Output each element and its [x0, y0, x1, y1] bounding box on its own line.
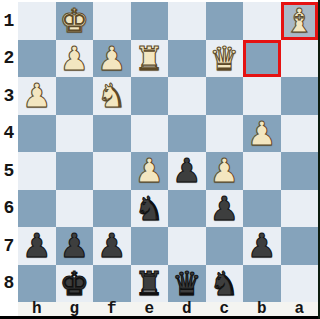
rank-label-4: 4	[0, 115, 18, 153]
rank-label-1: 1	[0, 2, 18, 40]
square-d3[interactable]	[168, 77, 206, 115]
square-a3[interactable]	[281, 77, 319, 115]
square-b1[interactable]	[243, 2, 281, 40]
white-knight-icon: ♞	[97, 77, 127, 114]
square-b8[interactable]	[243, 265, 281, 303]
file-label-b: b	[243, 302, 281, 316]
file-label-c: c	[206, 302, 244, 316]
black-pawn-icon: ♟	[172, 152, 202, 189]
square-f5[interactable]	[93, 152, 131, 190]
rank-label-8: 8	[0, 265, 18, 303]
square-h2[interactable]	[18, 40, 56, 78]
white-pawn-icon: ♟	[209, 152, 239, 189]
square-a4[interactable]	[281, 115, 319, 153]
square-d8[interactable]: ♛	[168, 265, 206, 303]
square-e3[interactable]	[131, 77, 169, 115]
rank-label-7: 7	[0, 227, 18, 265]
white-pawn-icon: ♟	[97, 40, 127, 77]
square-e5[interactable]: ♟	[131, 152, 169, 190]
black-queen-icon: ♛	[172, 265, 202, 302]
white-pawn-icon: ♟	[59, 40, 89, 77]
square-c7[interactable]	[206, 227, 244, 265]
square-g7[interactable]: ♟	[56, 227, 94, 265]
black-knight-icon: ♞	[134, 190, 164, 227]
black-king-icon: ♚	[59, 265, 89, 302]
square-a6[interactable]	[281, 190, 319, 228]
square-h4[interactable]	[18, 115, 56, 153]
white-pawn-icon: ♟	[247, 115, 277, 152]
square-e4[interactable]	[131, 115, 169, 153]
square-b5[interactable]	[243, 152, 281, 190]
file-labels-row: hgfedcba	[18, 302, 318, 316]
white-pawn-icon: ♟	[22, 77, 52, 114]
rank-label-3: 3	[0, 77, 18, 115]
file-label-h: h	[18, 302, 56, 316]
rank-labels-column: 12345678	[0, 2, 18, 302]
rank-label-5: 5	[0, 152, 18, 190]
chess-diagram: 12345678 ♚♝♟♟♜♛♟♞♟♟♟♟♞♟♟♟♟♟♚♜♛♞ hgfedcba	[0, 0, 320, 319]
square-c2[interactable]: ♛	[206, 40, 244, 78]
black-pawn-icon: ♟	[22, 227, 52, 264]
square-c3[interactable]	[206, 77, 244, 115]
white-pawn-icon: ♟	[134, 152, 164, 189]
square-d5[interactable]: ♟	[168, 152, 206, 190]
square-a1[interactable]: ♝	[281, 2, 319, 40]
white-king-icon: ♚	[59, 2, 89, 39]
chess-board: ♚♝♟♟♜♛♟♞♟♟♟♟♞♟♟♟♟♟♚♜♛♞	[18, 2, 318, 302]
file-label-f: f	[93, 302, 131, 316]
square-a8[interactable]	[281, 265, 319, 303]
square-h3[interactable]: ♟	[18, 77, 56, 115]
file-label-e: e	[131, 302, 169, 316]
square-b3[interactable]	[243, 77, 281, 115]
square-a5[interactable]	[281, 152, 319, 190]
black-pawn-icon: ♟	[97, 227, 127, 264]
square-c1[interactable]	[206, 2, 244, 40]
square-c5[interactable]: ♟	[206, 152, 244, 190]
white-queen-icon: ♛	[209, 40, 239, 77]
square-f8[interactable]	[93, 265, 131, 303]
square-c6[interactable]: ♟	[206, 190, 244, 228]
square-g3[interactable]	[56, 77, 94, 115]
square-f1[interactable]	[93, 2, 131, 40]
rank-label-2: 2	[0, 40, 18, 78]
square-e2[interactable]: ♜	[131, 40, 169, 78]
file-label-d: d	[168, 302, 206, 316]
square-b4[interactable]: ♟	[243, 115, 281, 153]
black-rook-icon: ♜	[134, 265, 164, 302]
square-h5[interactable]	[18, 152, 56, 190]
square-f2[interactable]: ♟	[93, 40, 131, 78]
square-e1[interactable]	[131, 2, 169, 40]
square-e6[interactable]: ♞	[131, 190, 169, 228]
square-g8[interactable]: ♚	[56, 265, 94, 303]
square-e8[interactable]: ♜	[131, 265, 169, 303]
square-d7[interactable]	[168, 227, 206, 265]
square-f7[interactable]: ♟	[93, 227, 131, 265]
square-g6[interactable]	[56, 190, 94, 228]
square-d6[interactable]	[168, 190, 206, 228]
square-h6[interactable]	[18, 190, 56, 228]
square-d4[interactable]	[168, 115, 206, 153]
square-f6[interactable]	[93, 190, 131, 228]
square-g1[interactable]: ♚	[56, 2, 94, 40]
square-h1[interactable]	[18, 2, 56, 40]
black-pawn-icon: ♟	[59, 227, 89, 264]
square-g5[interactable]	[56, 152, 94, 190]
square-b7[interactable]: ♟	[243, 227, 281, 265]
square-b2[interactable]	[243, 40, 281, 78]
file-label-g: g	[56, 302, 94, 316]
white-rook-icon: ♜	[134, 40, 164, 77]
square-a2[interactable]	[281, 40, 319, 78]
black-pawn-icon: ♟	[209, 190, 239, 227]
file-label-a: a	[281, 302, 319, 316]
square-d2[interactable]	[168, 40, 206, 78]
square-a7[interactable]	[281, 227, 319, 265]
square-b6[interactable]	[243, 190, 281, 228]
square-c8[interactable]: ♞	[206, 265, 244, 303]
square-h7[interactable]: ♟	[18, 227, 56, 265]
black-knight-icon: ♞	[209, 265, 239, 302]
square-f3[interactable]: ♞	[93, 77, 131, 115]
square-g2[interactable]: ♟	[56, 40, 94, 78]
square-e7[interactable]	[131, 227, 169, 265]
square-g4[interactable]	[56, 115, 94, 153]
white-bishop-icon: ♝	[284, 2, 314, 39]
square-c4[interactable]	[206, 115, 244, 153]
square-d1[interactable]	[168, 2, 206, 40]
square-h8[interactable]	[18, 265, 56, 303]
square-f4[interactable]	[93, 115, 131, 153]
rank-label-6: 6	[0, 190, 18, 228]
black-pawn-icon: ♟	[247, 227, 277, 264]
